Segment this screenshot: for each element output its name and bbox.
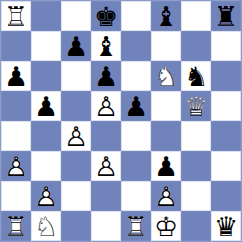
square-h5[interactable] [211,91,241,121]
white-pawn-icon: ♙ [1,151,31,181]
square-a4[interactable] [1,121,31,151]
black-queen-icon: ♛ [211,211,241,241]
square-g7[interactable] [181,31,211,61]
piece-black-bishop[interactable]: ♝ [91,31,121,61]
black-pawn-icon: ♟ [151,151,181,181]
square-h7[interactable] [211,31,241,61]
white-pawn-icon: ♙ [61,121,91,151]
white-pawn-icon: ♙ [91,91,121,121]
square-d4[interactable] [91,121,121,151]
square-c4[interactable]: ♟♙ [61,121,91,151]
black-knight-icon: ♞ [181,61,211,91]
square-b2[interactable]: ♟♙ [31,181,61,211]
piece-black-queen[interactable]: ♛ [211,211,241,241]
square-h6[interactable] [211,61,241,91]
square-a8[interactable]: ♜♖ [1,1,31,31]
white-rook-icon: ♖ [1,211,31,241]
square-b1[interactable]: ♞♘ [31,211,61,241]
white-pawn-icon: ♙ [91,151,121,181]
white-pawn-icon: ♙ [31,181,61,211]
piece-black-pawn[interactable]: ♟ [61,31,91,61]
square-h4[interactable] [211,121,241,151]
square-b6[interactable] [31,61,61,91]
square-c5[interactable] [61,91,91,121]
square-a7[interactable] [1,31,31,61]
square-e8[interactable] [121,1,151,31]
square-e7[interactable] [121,31,151,61]
black-rook-icon: ♜ [211,1,241,31]
square-g6[interactable]: ♞ [181,61,211,91]
square-f7[interactable] [151,31,181,61]
square-g3[interactable] [181,151,211,181]
chess-board: ♜♖♚♝♜♟♝♟♟♞♘♞♟♟♙♟♛♕♟♙♟♙♟♙♟♟♙♟♙♜♖♞♘♜♖♚♔♛ [0,0,242,242]
square-b4[interactable] [31,121,61,151]
black-pawn-icon: ♟ [61,31,91,61]
piece-white-rook[interactable]: ♜♖ [121,211,151,241]
square-a1[interactable]: ♜♖ [1,211,31,241]
square-b8[interactable] [31,1,61,31]
square-g1[interactable] [181,211,211,241]
piece-black-knight[interactable]: ♞ [181,61,211,91]
square-b7[interactable] [31,31,61,61]
square-d2[interactable] [91,181,121,211]
black-bishop-icon: ♝ [151,1,181,31]
square-g4[interactable] [181,121,211,151]
piece-black-pawn[interactable]: ♟ [31,91,61,121]
black-pawn-icon: ♟ [121,91,151,121]
square-g8[interactable] [181,1,211,31]
square-a6[interactable]: ♟ [1,61,31,91]
piece-black-pawn[interactable]: ♟ [151,151,181,181]
square-f3[interactable]: ♟ [151,151,181,181]
square-c7[interactable]: ♟ [61,31,91,61]
square-h1[interactable]: ♛ [211,211,241,241]
piece-black-pawn[interactable]: ♟ [91,61,121,91]
piece-white-pawn[interactable]: ♟♙ [31,181,61,211]
black-pawn-icon: ♟ [1,61,31,91]
white-knight-icon: ♘ [151,61,181,91]
square-e4[interactable] [121,121,151,151]
white-rook-icon: ♖ [1,1,31,31]
black-pawn-icon: ♟ [31,91,61,121]
square-b5[interactable]: ♟ [31,91,61,121]
square-g5[interactable]: ♛♕ [181,91,211,121]
square-a2[interactable] [1,181,31,211]
chess-board-container: ♜♖♚♝♜♟♝♟♟♞♘♞♟♟♙♟♛♕♟♙♟♙♟♙♟♟♙♟♙♜♖♞♘♜♖♚♔♛ [0,0,242,242]
white-knight-icon: ♘ [31,211,61,241]
square-d1[interactable] [91,211,121,241]
square-e5[interactable]: ♟ [121,91,151,121]
piece-white-pawn[interactable]: ♟♙ [151,181,181,211]
piece-white-pawn[interactable]: ♟♙ [1,151,31,181]
square-g2[interactable] [181,181,211,211]
square-d3[interactable]: ♟♙ [91,151,121,181]
square-d8[interactable]: ♚ [91,1,121,31]
white-pawn-icon: ♙ [151,181,181,211]
piece-white-knight[interactable]: ♞♘ [31,211,61,241]
piece-black-rook[interactable]: ♜ [211,1,241,31]
square-d5[interactable]: ♟♙ [91,91,121,121]
piece-white-rook[interactable]: ♜♖ [1,211,31,241]
square-e2[interactable] [121,181,151,211]
piece-black-pawn[interactable]: ♟ [121,91,151,121]
square-c1[interactable] [61,211,91,241]
square-h8[interactable]: ♜ [211,1,241,31]
square-c6[interactable] [61,61,91,91]
square-d7[interactable]: ♝ [91,31,121,61]
black-bishop-icon: ♝ [91,31,121,61]
square-a3[interactable]: ♟♙ [1,151,31,181]
piece-white-pawn[interactable]: ♟♙ [91,91,121,121]
piece-white-pawn[interactable]: ♟♙ [91,151,121,181]
square-c3[interactable] [61,151,91,181]
square-c2[interactable] [61,181,91,211]
piece-white-pawn[interactable]: ♟♙ [61,121,91,151]
square-f1[interactable]: ♚♔ [151,211,181,241]
white-rook-icon: ♖ [121,211,151,241]
white-king-icon: ♔ [151,211,181,241]
square-d6[interactable]: ♟ [91,61,121,91]
square-a5[interactable] [1,91,31,121]
piece-white-queen[interactable]: ♛♕ [181,91,211,121]
square-e6[interactable] [121,61,151,91]
square-h3[interactable] [211,151,241,181]
piece-black-pawn[interactable]: ♟ [1,61,31,91]
square-f6[interactable]: ♞♘ [151,61,181,91]
piece-white-king[interactable]: ♚♔ [151,211,181,241]
square-f5[interactable] [151,91,181,121]
white-queen-icon: ♕ [181,91,211,121]
black-pawn-icon: ♟ [91,61,121,91]
piece-black-bishop[interactable]: ♝ [151,1,181,31]
square-e3[interactable] [121,151,151,181]
square-h2[interactable] [211,181,241,211]
square-c8[interactable] [61,1,91,31]
black-king-icon: ♚ [91,1,121,31]
piece-black-king[interactable]: ♚ [91,1,121,31]
square-b3[interactable] [31,151,61,181]
square-f4[interactable] [151,121,181,151]
square-f2[interactable]: ♟♙ [151,181,181,211]
square-e1[interactable]: ♜♖ [121,211,151,241]
piece-white-knight[interactable]: ♞♘ [151,61,181,91]
piece-white-rook[interactable]: ♜♖ [1,1,31,31]
square-f8[interactable]: ♝ [151,1,181,31]
